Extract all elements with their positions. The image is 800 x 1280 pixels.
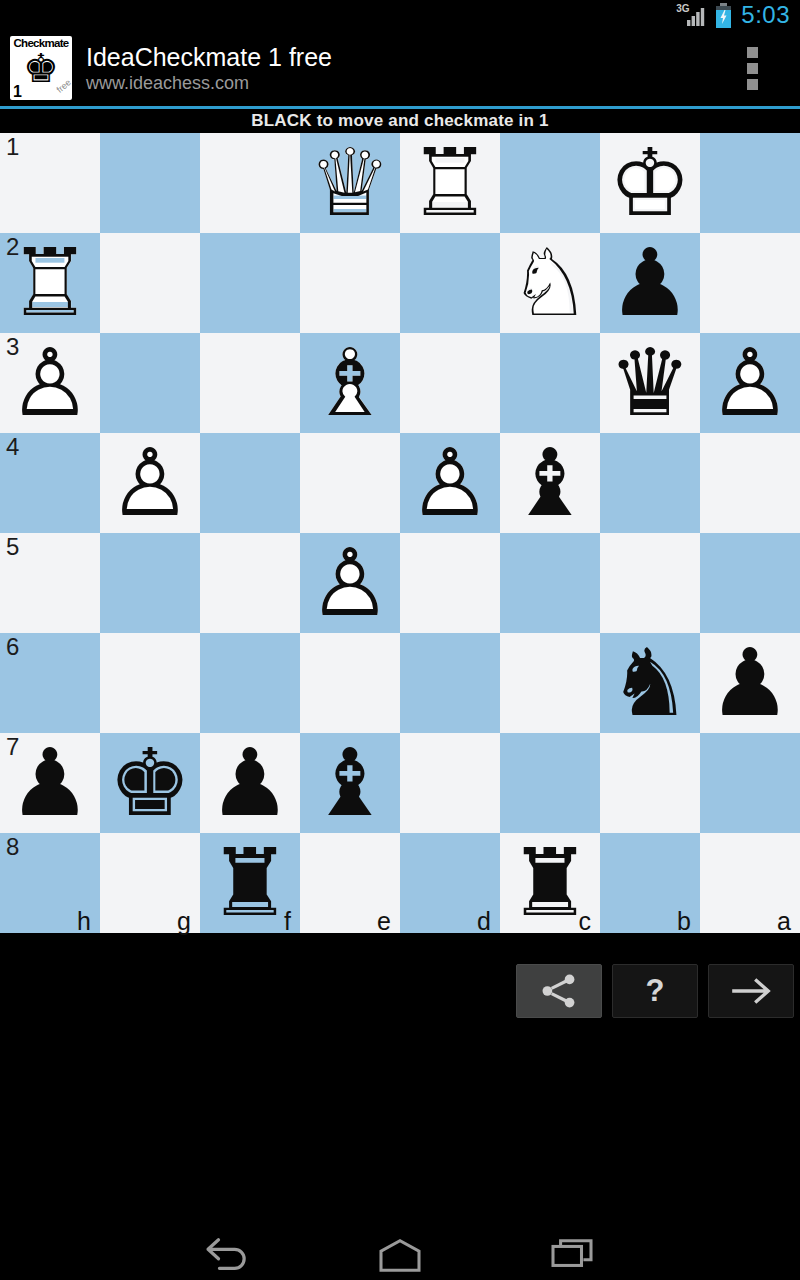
home-button[interactable] (372, 1235, 428, 1275)
square-g3[interactable] (100, 333, 200, 433)
piece-wK: ♚♔ (600, 133, 700, 233)
square-e4[interactable] (300, 433, 400, 533)
square-e2[interactable] (300, 233, 400, 333)
square-e1[interactable]: ♛♕ (300, 133, 400, 233)
app-icon-king-icon: ♚ (23, 48, 59, 88)
square-g5[interactable] (100, 533, 200, 633)
square-f8[interactable]: f♜ (200, 833, 300, 933)
file-label-g: g (177, 907, 191, 936)
square-e5[interactable]: ♟♙ (300, 533, 400, 633)
home-icon (375, 1236, 425, 1274)
square-b5[interactable] (600, 533, 700, 633)
signal-strength-icon (686, 6, 706, 26)
arrow-right-icon (728, 975, 774, 1007)
square-a8[interactable]: a (700, 833, 800, 933)
square-h1[interactable]: 1 (0, 133, 100, 233)
file-label-a: a (777, 907, 791, 936)
square-h8[interactable]: 8h (0, 833, 100, 933)
square-d5[interactable] (400, 533, 500, 633)
puzzle-banner-text: BLACK to move and checkmate in 1 (251, 111, 548, 131)
app-bar-titles: IdeaCheckmate 1 free www.ideachess.com (86, 42, 741, 95)
piece-bN: ♞ (600, 633, 700, 733)
square-d1[interactable]: ♜♖ (400, 133, 500, 233)
file-label-b: b (677, 907, 691, 936)
square-f2[interactable] (200, 233, 300, 333)
app-subtitle: www.ideachess.com (86, 72, 741, 95)
piece-bP: ♟ (200, 733, 300, 833)
app-icon: Checkmate ♚ 1 free (10, 36, 72, 100)
overflow-menu-icon[interactable] (741, 41, 764, 96)
square-d7[interactable] (400, 733, 500, 833)
square-f1[interactable] (200, 133, 300, 233)
square-e3[interactable]: ♝♗ (300, 333, 400, 433)
piece-bQ: ♛ (600, 333, 700, 433)
rank-label-8: 8 (6, 834, 19, 860)
square-e6[interactable] (300, 633, 400, 733)
piece-bR: ♜ (500, 833, 600, 933)
share-button[interactable] (516, 964, 602, 1018)
piece-wP: ♟♙ (300, 533, 400, 633)
share-icon (539, 972, 579, 1010)
square-f7[interactable]: ♟ (200, 733, 300, 833)
signal-indicator: 3G (676, 3, 706, 27)
square-b2[interactable]: ♟ (600, 233, 700, 333)
square-c8[interactable]: c♜ (500, 833, 600, 933)
piece-bP: ♟ (0, 733, 100, 833)
back-button[interactable] (200, 1235, 256, 1275)
piece-wR: ♜♖ (400, 133, 500, 233)
square-a3[interactable]: ♟♙ (700, 333, 800, 433)
square-d4[interactable]: ♟♙ (400, 433, 500, 533)
back-icon (203, 1236, 253, 1274)
square-d6[interactable] (400, 633, 500, 733)
square-c3[interactable] (500, 333, 600, 433)
square-g1[interactable] (100, 133, 200, 233)
square-c1[interactable] (500, 133, 600, 233)
chess-board: 1♛♕♜♖♚♔2♜♖♞♘♟3♟♙♝♗♛♟♙4♟♙♟♙♝5♟♙6♞♟7♟♚♟♝8h… (0, 133, 800, 933)
square-d8[interactable]: d (400, 833, 500, 933)
piece-bK: ♚ (100, 733, 200, 833)
square-d3[interactable] (400, 333, 500, 433)
battery-icon (715, 3, 732, 28)
next-button[interactable] (708, 964, 794, 1018)
square-h3[interactable]: 3♟♙ (0, 333, 100, 433)
square-g7[interactable]: ♚ (100, 733, 200, 833)
file-label-e: e (377, 907, 391, 936)
piece-wR: ♜♖ (0, 233, 100, 333)
piece-bP: ♟ (700, 633, 800, 733)
square-a4[interactable] (700, 433, 800, 533)
square-b4[interactable] (600, 433, 700, 533)
square-c5[interactable] (500, 533, 600, 633)
file-label-h: h (77, 907, 91, 936)
piece-wP: ♟♙ (0, 333, 100, 433)
square-b8[interactable]: b (600, 833, 700, 933)
square-h5[interactable]: 5 (0, 533, 100, 633)
square-e8[interactable]: e (300, 833, 400, 933)
square-d2[interactable] (400, 233, 500, 333)
help-icon: ? (646, 973, 665, 1009)
piece-bB: ♝ (500, 433, 600, 533)
square-g2[interactable] (100, 233, 200, 333)
toolbar-area: ? (0, 933, 800, 1230)
square-h6[interactable]: 6 (0, 633, 100, 733)
rank-label-4: 4 (6, 434, 19, 460)
square-f6[interactable] (200, 633, 300, 733)
square-g6[interactable] (100, 633, 200, 733)
app-title: IdeaCheckmate 1 free (86, 42, 741, 72)
square-c2[interactable]: ♞♘ (500, 233, 600, 333)
square-a5[interactable] (700, 533, 800, 633)
piece-wB: ♝♗ (300, 333, 400, 433)
piece-bR: ♜ (200, 833, 300, 933)
piece-wN: ♞♘ (500, 233, 600, 333)
square-b1[interactable]: ♚♔ (600, 133, 700, 233)
square-c7[interactable] (500, 733, 600, 833)
square-b3[interactable]: ♛ (600, 333, 700, 433)
square-c4[interactable]: ♝ (500, 433, 600, 533)
square-f3[interactable] (200, 333, 300, 433)
help-button[interactable]: ? (612, 964, 698, 1018)
square-b7[interactable] (600, 733, 700, 833)
square-a2[interactable] (700, 233, 800, 333)
app-bar: Checkmate ♚ 1 free IdeaCheckmate 1 free … (0, 30, 800, 106)
square-c6[interactable] (500, 633, 600, 733)
square-g8[interactable]: g (100, 833, 200, 933)
piece-wP: ♟♙ (400, 433, 500, 533)
square-a7[interactable] (700, 733, 800, 833)
rank-label-6: 6 (6, 634, 19, 660)
square-f4[interactable] (200, 433, 300, 533)
square-g4[interactable]: ♟♙ (100, 433, 200, 533)
square-b6[interactable]: ♞ (600, 633, 700, 733)
square-h4[interactable]: 4 (0, 433, 100, 533)
file-label-d: d (477, 907, 491, 936)
square-e7[interactable]: ♝ (300, 733, 400, 833)
square-a6[interactable]: ♟ (700, 633, 800, 733)
piece-wP: ♟♙ (100, 433, 200, 533)
square-f5[interactable] (200, 533, 300, 633)
recents-icon (547, 1236, 597, 1274)
piece-wQ: ♛♕ (300, 133, 400, 233)
recents-button[interactable] (544, 1235, 600, 1275)
square-h2[interactable]: 2♜♖ (0, 233, 100, 333)
rank-label-1: 1 (6, 134, 19, 160)
piece-bP: ♟ (600, 233, 700, 333)
toolbar: ? (0, 964, 800, 1018)
app-icon-number: 1 (13, 83, 22, 100)
clock: 5:03 (741, 1, 790, 29)
square-h7[interactable]: 7♟ (0, 733, 100, 833)
piece-wP: ♟♙ (700, 333, 800, 433)
piece-bB: ♝ (300, 733, 400, 833)
rank-label-5: 5 (6, 534, 19, 560)
square-a1[interactable] (700, 133, 800, 233)
status-bar: 3G 5:03 (0, 0, 800, 30)
navigation-bar (0, 1230, 800, 1280)
